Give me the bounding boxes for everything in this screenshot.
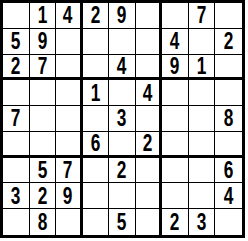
sudoku-cell-r3c4[interactable]	[83, 55, 110, 81]
sudoku-cell-r1c2[interactable]: 1	[30, 3, 57, 29]
given-digit: 3	[11, 184, 21, 208]
sudoku-cell-r3c3[interactable]	[56, 55, 83, 81]
given-digit: 2	[143, 132, 153, 155]
sudoku-cell-r8c1[interactable]: 3	[3, 183, 30, 209]
sudoku-cell-r3c5[interactable]: 4	[109, 55, 136, 81]
sudoku-cell-r5c5[interactable]: 3	[109, 106, 136, 132]
sudoku-cell-r7c7[interactable]	[162, 158, 189, 184]
given-digit: 1	[38, 3, 48, 27]
sudoku-cell-r3c2[interactable]: 7	[30, 55, 57, 81]
sudoku-cell-r5c3[interactable]	[56, 106, 83, 132]
sudoku-cell-r6c1[interactable]	[3, 132, 30, 158]
sudoku-cell-r6c5[interactable]	[109, 132, 136, 158]
sudoku-cell-r9c5[interactable]: 5	[109, 209, 136, 235]
given-digit: 4	[63, 3, 73, 27]
given-digit: 2	[117, 158, 127, 182]
sudoku-cell-r7c3[interactable]: 7	[56, 158, 83, 184]
given-digit: 2	[91, 3, 101, 27]
sudoku-cell-r9c1[interactable]	[3, 209, 30, 235]
sudoku-cell-r3c8[interactable]: 1	[189, 55, 216, 81]
sudoku-cell-r5c7[interactable]	[162, 106, 189, 132]
sudoku-cell-r6c4[interactable]: 6	[83, 132, 110, 158]
sudoku-cell-r9c4[interactable]	[83, 209, 110, 235]
given-digit: 5	[11, 29, 21, 53]
given-digit: 9	[170, 55, 180, 78]
sudoku-cell-r1c3[interactable]: 4	[56, 3, 83, 29]
sudoku-cell-r1c7[interactable]	[162, 3, 189, 29]
sudoku-cell-r1c8[interactable]: 7	[189, 3, 216, 29]
given-digit: 7	[197, 3, 207, 27]
sudoku-cell-r2c4[interactable]	[83, 29, 110, 55]
given-digit: 9	[117, 3, 127, 27]
sudoku-cell-r3c9[interactable]	[215, 55, 242, 81]
sudoku-cell-r1c6[interactable]	[136, 3, 163, 29]
sudoku-cell-r5c4[interactable]	[83, 106, 110, 132]
sudoku-cell-r4c3[interactable]	[56, 80, 83, 106]
given-digit: 9	[38, 29, 48, 53]
given-digit: 6	[91, 132, 101, 155]
sudoku-cell-r7c2[interactable]: 5	[30, 158, 57, 184]
sudoku-cell-r9c3[interactable]	[56, 209, 83, 235]
sudoku-screen: 142975942274911473862572632948523	[0, 0, 248, 241]
given-digit: 7	[11, 106, 21, 130]
sudoku-cell-r9c2[interactable]: 8	[30, 209, 57, 235]
given-digit: 1	[91, 81, 101, 105]
sudoku-cell-r2c2[interactable]: 9	[30, 29, 57, 55]
sudoku-cell-r9c9[interactable]	[215, 209, 242, 235]
sudoku-cell-r9c7[interactable]: 2	[162, 209, 189, 235]
sudoku-cell-r9c8[interactable]: 3	[189, 209, 216, 235]
given-digit: 5	[38, 158, 48, 182]
given-digit: 5	[117, 210, 127, 234]
given-digit: 2	[11, 55, 21, 78]
sudoku-cell-r8c3[interactable]: 9	[56, 183, 83, 209]
sudoku-cell-r2c7[interactable]: 4	[162, 29, 189, 55]
sudoku-cell-r3c7[interactable]: 9	[162, 55, 189, 81]
given-digit: 2	[170, 210, 180, 234]
given-digit: 8	[38, 210, 48, 234]
sudoku-cell-r4c4[interactable]: 1	[83, 80, 110, 106]
sudoku-cell-r4c1[interactable]	[3, 80, 30, 106]
sudoku-cell-r7c4[interactable]	[83, 158, 110, 184]
sudoku-cell-r8c2[interactable]: 2	[30, 183, 57, 209]
sudoku-cell-r7c6[interactable]	[136, 158, 163, 184]
given-digit: 1	[197, 55, 207, 78]
given-digit: 4	[224, 184, 234, 208]
sudoku-cell-r6c7[interactable]	[162, 132, 189, 158]
given-digit: 3	[197, 210, 207, 234]
sudoku-cell-r5c9[interactable]: 8	[215, 106, 242, 132]
sudoku-cell-r5c1[interactable]: 7	[3, 106, 30, 132]
given-digit: 2	[224, 29, 234, 53]
given-digit: 7	[38, 55, 48, 78]
sudoku-cell-r8c7[interactable]	[162, 183, 189, 209]
sudoku-cell-r6c9[interactable]	[215, 132, 242, 158]
given-digit: 4	[170, 29, 180, 53]
given-digit: 3	[117, 106, 127, 130]
sudoku-cell-r8c5[interactable]	[109, 183, 136, 209]
sudoku-board: 142975942274911473862572632948523	[0, 0, 245, 238]
sudoku-cell-r7c1[interactable]	[3, 158, 30, 184]
sudoku-cell-r7c5[interactable]: 2	[109, 158, 136, 184]
sudoku-cell-r5c6[interactable]	[136, 106, 163, 132]
sudoku-cell-r2c3[interactable]	[56, 29, 83, 55]
sudoku-cell-r4c5[interactable]	[109, 80, 136, 106]
sudoku-cell-r2c8[interactable]	[189, 29, 216, 55]
given-digit: 4	[117, 55, 127, 78]
sudoku-cell-r6c6[interactable]: 2	[136, 132, 163, 158]
sudoku-cell-r2c1[interactable]: 5	[3, 29, 30, 55]
sudoku-cell-r4c8[interactable]	[189, 80, 216, 106]
sudoku-cell-r2c9[interactable]: 2	[215, 29, 242, 55]
sudoku-cell-r1c1[interactable]	[3, 3, 30, 29]
sudoku-cell-r9c6[interactable]	[136, 209, 163, 235]
sudoku-cell-r1c5[interactable]: 9	[109, 3, 136, 29]
sudoku-cell-r3c1[interactable]: 2	[3, 55, 30, 81]
given-digit: 6	[224, 158, 234, 182]
sudoku-cell-r1c4[interactable]: 2	[83, 3, 110, 29]
given-digit: 9	[63, 184, 73, 208]
sudoku-cell-r1c9[interactable]	[215, 3, 242, 29]
given-digit: 4	[143, 81, 153, 105]
sudoku-cell-r8c6[interactable]	[136, 183, 163, 209]
sudoku-cell-r6c8[interactable]	[189, 132, 216, 158]
sudoku-cell-r8c9[interactable]: 4	[215, 183, 242, 209]
sudoku-cell-r4c9[interactable]	[215, 80, 242, 106]
sudoku-cell-r7c8[interactable]	[189, 158, 216, 184]
sudoku-cell-r6c3[interactable]	[56, 132, 83, 158]
sudoku-cell-r3c6[interactable]	[136, 55, 163, 81]
sudoku-cell-r2c6[interactable]	[136, 29, 163, 55]
given-digit: 2	[38, 184, 48, 208]
sudoku-cell-r4c7[interactable]	[162, 80, 189, 106]
sudoku-cell-r7c9[interactable]: 6	[215, 158, 242, 184]
sudoku-cell-r8c4[interactable]	[83, 183, 110, 209]
given-digit: 8	[224, 106, 234, 130]
sudoku-cell-r4c2[interactable]	[30, 80, 57, 106]
sudoku-cell-r8c8[interactable]	[189, 183, 216, 209]
given-digit: 7	[63, 158, 73, 182]
sudoku-cell-r2c5[interactable]	[109, 29, 136, 55]
sudoku-cell-r4c6[interactable]: 4	[136, 80, 163, 106]
sudoku-cell-r6c2[interactable]	[30, 132, 57, 158]
sudoku-cell-r5c2[interactable]	[30, 106, 57, 132]
sudoku-cell-r5c8[interactable]	[189, 106, 216, 132]
